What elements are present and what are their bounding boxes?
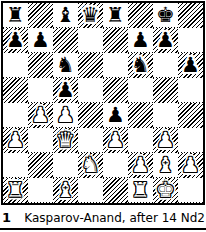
- square-h5[interactable]: [178, 78, 203, 103]
- white-rook-f1[interactable]: ♜: [131, 178, 150, 203]
- square-d4[interactable]: [78, 103, 103, 128]
- bottom-divider: [0, 228, 206, 230]
- game-caption: Kasparov-Anand, after 14 Nd2: [24, 211, 205, 225]
- white-pawn-f2[interactable]: ♟: [131, 153, 150, 178]
- white-pawn-a3[interactable]: ♟: [6, 128, 25, 153]
- square-a8[interactable]: ♜: [3, 3, 28, 28]
- white-pawn-e3[interactable]: ♟: [106, 128, 125, 153]
- square-f4[interactable]: [128, 103, 153, 128]
- square-f7[interactable]: ♟: [128, 28, 153, 53]
- square-d1[interactable]: [78, 178, 103, 203]
- chess-board: ♜♝♛♜♚♟♟♟♟♞♞♟♟♟♟♟♟♛♟♟♞♟♝♟♜♝♜♚: [1, 1, 205, 205]
- black-pawn-f7[interactable]: ♟: [131, 28, 150, 53]
- square-b4[interactable]: ♟: [28, 103, 53, 128]
- white-bishop-g2[interactable]: ♝: [156, 153, 175, 178]
- square-f8[interactable]: [128, 3, 153, 28]
- black-rook-e8[interactable]: ♜: [106, 3, 125, 28]
- square-b3[interactable]: [28, 128, 53, 153]
- square-g7[interactable]: ♟: [153, 28, 178, 53]
- square-a3[interactable]: ♟: [3, 128, 28, 153]
- square-g3[interactable]: ♟: [153, 128, 178, 153]
- white-pawn-h2[interactable]: ♟: [181, 153, 200, 178]
- white-pawn-g3[interactable]: ♟: [156, 128, 175, 153]
- black-king-g8[interactable]: ♚: [156, 3, 175, 28]
- square-g6[interactable]: [153, 53, 178, 78]
- black-pawn-a7[interactable]: ♟: [6, 28, 25, 53]
- square-h3[interactable]: [178, 128, 203, 153]
- square-g5[interactable]: [153, 78, 178, 103]
- square-a6[interactable]: [3, 53, 28, 78]
- square-c4[interactable]: ♟: [53, 103, 78, 128]
- white-bishop-c1[interactable]: ♝: [56, 178, 75, 203]
- square-e5[interactable]: [103, 78, 128, 103]
- square-d2[interactable]: ♞: [78, 153, 103, 178]
- black-bishop-c8[interactable]: ♝: [56, 3, 75, 28]
- square-c8[interactable]: ♝: [53, 3, 78, 28]
- black-pawn-h6[interactable]: ♟: [181, 53, 200, 78]
- square-c5[interactable]: ♟: [53, 78, 78, 103]
- square-e1[interactable]: [103, 178, 128, 203]
- square-b5[interactable]: [28, 78, 53, 103]
- square-h4[interactable]: [178, 103, 203, 128]
- square-b6[interactable]: [28, 53, 53, 78]
- square-f6[interactable]: ♞: [128, 53, 153, 78]
- square-f1[interactable]: ♜: [128, 178, 153, 203]
- square-e3[interactable]: ♟: [103, 128, 128, 153]
- square-f3[interactable]: [128, 128, 153, 153]
- square-a1[interactable]: ♜: [3, 178, 28, 203]
- square-a2[interactable]: [3, 153, 28, 178]
- square-c3[interactable]: ♛: [53, 128, 78, 153]
- square-e8[interactable]: ♜: [103, 3, 128, 28]
- square-g1[interactable]: ♚: [153, 178, 178, 203]
- square-c2[interactable]: [53, 153, 78, 178]
- square-e4[interactable]: ♟: [103, 103, 128, 128]
- square-e2[interactable]: [103, 153, 128, 178]
- black-queen-d8[interactable]: ♛: [81, 3, 100, 28]
- square-d7[interactable]: [78, 28, 103, 53]
- black-pawn-e4[interactable]: ♟: [106, 103, 125, 128]
- square-h1[interactable]: [178, 178, 203, 203]
- square-g4[interactable]: [153, 103, 178, 128]
- square-b1[interactable]: [28, 178, 53, 203]
- square-f5[interactable]: [128, 78, 153, 103]
- white-pawn-c4[interactable]: ♟: [56, 103, 75, 128]
- square-b8[interactable]: [28, 3, 53, 28]
- square-h8[interactable]: [178, 3, 203, 28]
- black-pawn-c5[interactable]: ♟: [56, 78, 75, 103]
- square-a5[interactable]: [3, 78, 28, 103]
- square-c1[interactable]: ♝: [53, 178, 78, 203]
- white-pawn-b4[interactable]: ♟: [31, 103, 50, 128]
- square-f2[interactable]: ♟: [128, 153, 153, 178]
- square-e7[interactable]: [103, 28, 128, 53]
- square-h6[interactable]: ♟: [178, 53, 203, 78]
- square-d8[interactable]: ♛: [78, 3, 103, 28]
- square-b2[interactable]: [28, 153, 53, 178]
- square-d6[interactable]: [78, 53, 103, 78]
- white-rook-a1[interactable]: ♜: [6, 178, 25, 203]
- black-knight-f6[interactable]: ♞: [131, 53, 150, 78]
- square-a7[interactable]: ♟: [3, 28, 28, 53]
- move-number: 1: [2, 210, 11, 225]
- square-a4[interactable]: [3, 103, 28, 128]
- square-g8[interactable]: ♚: [153, 3, 178, 28]
- caption-bar: 1 Kasparov-Anand, after 14 Nd2: [0, 205, 206, 227]
- black-knight-c6[interactable]: ♞: [56, 53, 75, 78]
- black-pawn-b7[interactable]: ♟: [31, 28, 50, 53]
- square-h7[interactable]: [178, 28, 203, 53]
- white-knight-d2[interactable]: ♞: [81, 153, 100, 178]
- square-d3[interactable]: [78, 128, 103, 153]
- square-b7[interactable]: ♟: [28, 28, 53, 53]
- square-c6[interactable]: ♞: [53, 53, 78, 78]
- black-pawn-g7[interactable]: ♟: [156, 28, 175, 53]
- square-e6[interactable]: [103, 53, 128, 78]
- square-c7[interactable]: [53, 28, 78, 53]
- square-d5[interactable]: [78, 78, 103, 103]
- square-g2[interactable]: ♝: [153, 153, 178, 178]
- black-rook-a8[interactable]: ♜: [6, 3, 25, 28]
- square-h2[interactable]: ♟: [178, 153, 203, 178]
- white-king-g1[interactable]: ♚: [156, 178, 175, 203]
- white-queen-c3[interactable]: ♛: [56, 128, 75, 153]
